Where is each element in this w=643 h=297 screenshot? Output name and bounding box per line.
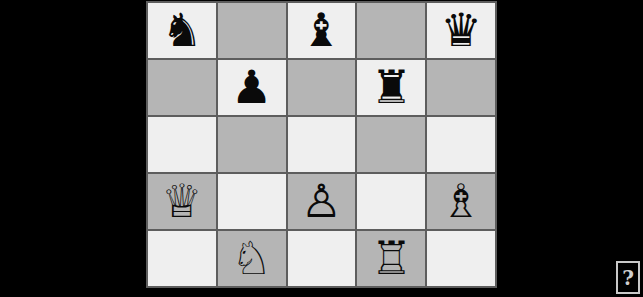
white-pawn-piece[interactable]: ♙ <box>301 178 342 224</box>
help-button[interactable]: ? <box>616 261 640 294</box>
white-rook-piece[interactable]: ♖ <box>371 235 412 281</box>
black-bishop-piece[interactable]: ♝ <box>301 7 342 53</box>
square-r4c1[interactable]: ♕ <box>148 174 216 229</box>
square-r5c2[interactable]: ♘ <box>218 231 286 286</box>
square-r5c4[interactable]: ♖ <box>357 231 425 286</box>
white-knight-piece[interactable]: ♘ <box>231 235 272 281</box>
black-queen-piece[interactable]: ♛ <box>440 7 481 53</box>
square-r1c1[interactable]: ♞ <box>148 3 216 58</box>
square-r4c5[interactable]: ♗ <box>427 174 495 229</box>
square-r5c5[interactable] <box>427 231 495 286</box>
square-r4c2[interactable] <box>218 174 286 229</box>
square-r2c1[interactable] <box>148 60 216 115</box>
square-r1c2[interactable] <box>218 3 286 58</box>
square-r1c5[interactable]: ♛ <box>427 3 495 58</box>
square-r2c3[interactable] <box>288 60 356 115</box>
square-r1c4[interactable] <box>357 3 425 58</box>
square-r2c2[interactable]: ♟ <box>218 60 286 115</box>
square-r5c3[interactable] <box>288 231 356 286</box>
black-pawn-piece[interactable]: ♟ <box>231 64 272 110</box>
square-r1c3[interactable]: ♝ <box>288 3 356 58</box>
square-r5c1[interactable] <box>148 231 216 286</box>
square-r3c1[interactable] <box>148 117 216 172</box>
white-queen-piece[interactable]: ♕ <box>161 178 202 224</box>
app-background: ♞♝♛♟♜♕♙♗♘♖ ? <box>0 0 643 297</box>
black-rook-piece[interactable]: ♜ <box>371 64 412 110</box>
square-r3c4[interactable] <box>357 117 425 172</box>
square-r3c5[interactable] <box>427 117 495 172</box>
square-r4c3[interactable]: ♙ <box>288 174 356 229</box>
chess-board: ♞♝♛♟♜♕♙♗♘♖ <box>146 1 497 288</box>
white-bishop-piece[interactable]: ♗ <box>440 178 481 224</box>
square-r2c4[interactable]: ♜ <box>357 60 425 115</box>
square-r3c2[interactable] <box>218 117 286 172</box>
square-r3c3[interactable] <box>288 117 356 172</box>
square-r2c5[interactable] <box>427 60 495 115</box>
black-knight-piece[interactable]: ♞ <box>161 7 202 53</box>
square-r4c4[interactable] <box>357 174 425 229</box>
